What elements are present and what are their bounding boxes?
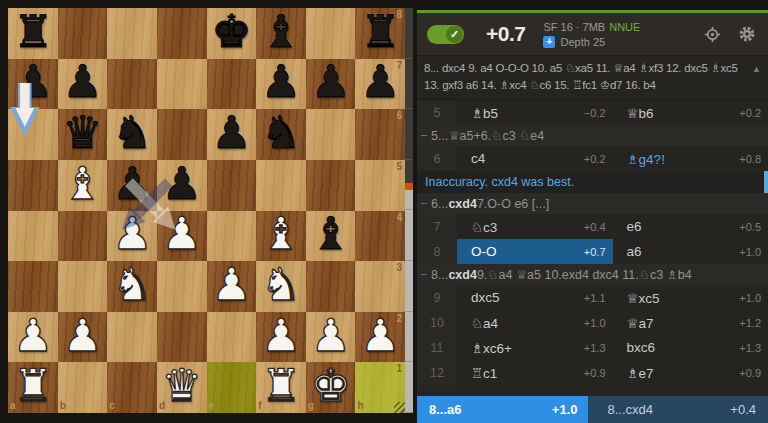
eval-gauge-ticks — [405, 8, 413, 413]
black-san: e6 — [627, 219, 740, 234]
variation-lead: 8... — [431, 268, 448, 282]
rank-label-8: 8 — [396, 10, 402, 20]
black-san: bxc6 — [627, 340, 740, 355]
engine-pv[interactable]: 8... dxc4 9. a4 O-O-O 10. a5 ♘xa5 11. ♕a… — [417, 56, 768, 100]
move-row-8: 8O-O+0.7a6+1.0 — [417, 239, 768, 264]
white-move-10[interactable]: ♘a4+1.0 — [457, 310, 613, 335]
square-d7[interactable] — [157, 59, 207, 110]
continuation-bar: 8...a6 +1.0 8...cxd4 +0.4 — [417, 396, 768, 423]
black-move-11[interactable]: bxc6+1.3 — [613, 335, 768, 360]
white-eval: +0.2 — [584, 153, 606, 165]
continuation-a6-button[interactable]: 8...a6 +1.0 — [417, 396, 588, 423]
white-knight-f3[interactable]: ♞ — [261, 262, 301, 307]
white-san: O-O — [471, 244, 584, 259]
black-san: ♕b6 — [627, 105, 740, 121]
white-queen-d1[interactable]: ♛ — [162, 363, 202, 408]
square-c2[interactable] — [107, 312, 157, 363]
engine-depth: Depth 25 — [560, 35, 605, 49]
variation-first-move: cxd4 — [448, 268, 477, 282]
black-eval: +1.0 — [739, 292, 761, 304]
black-move-6[interactable]: ♗g4?!+0.8 — [613, 146, 768, 171]
square-b4[interactable] — [58, 211, 108, 262]
square-e7[interactable] — [207, 59, 257, 110]
square-a5[interactable] — [8, 160, 58, 211]
square-b6[interactable]: ♛ — [58, 109, 108, 160]
eval-gauge — [405, 8, 413, 413]
lichess-analysis-screen: ♜♚♝♜8♟♟♟♟♟7♛♞♟♞6♝♟♟5♟♟♝♝4♞♟♞3♟♟♟♟♟2♜abc♛… — [0, 0, 768, 423]
rank-label-7: 7 — [396, 61, 402, 71]
square-d5[interactable]: ♟ — [157, 160, 207, 211]
black-pawn-b7[interactable]: ♟ — [62, 59, 102, 104]
square-b5[interactable]: ♝ — [58, 160, 108, 211]
move-row-6: 6c4+0.2♗g4?!+0.8 — [417, 146, 768, 171]
file-label-e: e — [209, 401, 215, 411]
white-san: ♗xc6+ — [471, 340, 584, 356]
black-move-10[interactable]: ♕a7+1.2 — [613, 310, 768, 335]
white-san: ♘c3 — [471, 219, 584, 235]
black-knight-c6[interactable]: ♞ — [112, 110, 152, 155]
square-c7[interactable] — [107, 59, 157, 110]
square-h3[interactable]: 3 — [355, 261, 405, 312]
square-a6[interactable] — [8, 109, 58, 160]
black-pawn-c5[interactable]: ♟ — [112, 161, 152, 206]
black-king-e8[interactable]: ♚ — [211, 9, 251, 54]
variation-lead: 6... — [431, 197, 448, 211]
black-eval: +0.5 — [739, 221, 761, 233]
board-resize-handle[interactable] — [394, 402, 405, 413]
black-knight-f6[interactable]: ♞ — [261, 110, 301, 155]
square-g8[interactable] — [306, 8, 356, 59]
rank-label-5: 5 — [396, 162, 402, 172]
white-san: c4 — [471, 151, 584, 166]
go-deeper-plus-icon[interactable]: + — [543, 36, 555, 48]
black-move-5[interactable]: ♕b6+0.2 — [613, 100, 768, 125]
move-row-11: 11♗xc6++1.3bxc6+1.3 — [417, 335, 768, 360]
white-move-7[interactable]: ♘c3+0.4 — [457, 214, 613, 239]
white-move-9[interactable]: dxc5+1.1 — [457, 285, 613, 310]
square-g2[interactable]: ♟ — [306, 312, 356, 363]
white-move-11[interactable]: ♗xc6++1.3 — [457, 335, 613, 360]
engine-name: SF 16 · 7MB — [543, 21, 605, 33]
square-e8[interactable]: ♚ — [207, 8, 257, 59]
square-c6[interactable]: ♞ — [107, 109, 157, 160]
black-pawn-a7[interactable]: ♟ — [13, 59, 53, 104]
black-pawn-e6[interactable]: ♟ — [211, 110, 251, 155]
square-g5[interactable] — [306, 160, 356, 211]
file-label-a: a — [10, 401, 16, 411]
square-e2[interactable] — [207, 312, 257, 363]
black-rook-a8[interactable]: ♜ — [13, 9, 53, 54]
square-d8[interactable] — [157, 8, 207, 59]
move-number: 12 — [417, 360, 457, 385]
square-a1[interactable]: ♜a — [8, 362, 58, 413]
nnue-badge: NNUE — [609, 21, 640, 33]
square-d6[interactable] — [157, 109, 207, 160]
square-a4[interactable] — [8, 211, 58, 262]
square-f5[interactable] — [256, 160, 306, 211]
white-san: ♗b5 — [471, 105, 584, 121]
square-e5[interactable] — [207, 160, 257, 211]
square-e3[interactable]: ♟ — [207, 261, 257, 312]
white-eval: +1.0 — [584, 317, 606, 329]
rank-label-2: 2 — [396, 314, 402, 324]
move-row-12: 12♖c1+0.9♗e7+0.9 — [417, 360, 768, 385]
square-d1[interactable]: ♛d — [157, 362, 207, 413]
black-eval: +1.2 — [739, 317, 761, 329]
square-b3[interactable] — [58, 261, 108, 312]
white-san: dxc5 — [471, 290, 584, 305]
white-pawn-a2[interactable]: ♟ — [13, 313, 53, 358]
file-label-d: d — [159, 401, 165, 411]
white-eval: +0.7 — [584, 246, 606, 258]
white-rook-a1[interactable]: ♜ — [13, 363, 53, 408]
square-c8[interactable] — [107, 8, 157, 59]
square-d3[interactable] — [157, 261, 207, 312]
square-g7[interactable]: ♟ — [306, 59, 356, 110]
white-move-5[interactable]: ♗b5−0.2 — [457, 100, 613, 125]
variation-first-move: cxd4 — [448, 197, 477, 211]
move-number: 8 — [417, 239, 457, 264]
square-a8[interactable]: ♜ — [8, 8, 58, 59]
file-label-f: f — [258, 401, 261, 411]
file-label-g: g — [308, 401, 314, 411]
variation-rest: 6.♘c3 ♘e4 — [481, 128, 544, 143]
variation-rest: 7.O-O e6 [...] — [477, 197, 549, 211]
black-san: a6 — [627, 244, 740, 259]
move-number: 9 — [417, 285, 457, 310]
black-san: ♗g4?! — [627, 151, 740, 167]
rank-label-4: 4 — [396, 213, 402, 223]
move-number: 10 — [417, 310, 457, 335]
variation-line[interactable]: 5...♕a5+ 6.♘c3 ♘e4 — [417, 125, 768, 146]
continuation-move: 8...cxd4 — [608, 402, 654, 417]
black-queen-b6[interactable]: ♛ — [62, 110, 102, 155]
settings-gear-icon[interactable] — [738, 25, 756, 43]
white-bishop-f4[interactable]: ♝ — [261, 211, 301, 256]
pv-collapse-icon[interactable]: ▲ — [752, 61, 761, 78]
move-number: 11 — [417, 335, 457, 360]
move-number: 6 — [417, 146, 457, 171]
engine-info: SF 16 · 7MBNNUE + Depth 25 — [543, 20, 640, 49]
white-knight-c3[interactable]: ♞ — [112, 262, 152, 307]
square-h6[interactable]: 6 — [355, 109, 405, 160]
square-h7[interactable]: ♟7 — [355, 59, 405, 110]
black-san: ♕a7 — [627, 315, 740, 331]
black-pawn-g7[interactable]: ♟ — [310, 59, 350, 104]
white-bishop-b5[interactable]: ♝ — [62, 161, 102, 206]
white-san: ♖c1 — [471, 365, 584, 381]
square-c5[interactable]: ♟ — [107, 160, 157, 211]
white-move-12[interactable]: ♖c1+0.9 — [457, 360, 613, 385]
white-move-6[interactable]: c4+0.2 — [457, 146, 613, 171]
square-f6[interactable]: ♞ — [256, 109, 306, 160]
variation-first-move: ♕a5+ — [448, 128, 480, 143]
white-pawn-f2[interactable]: ♟ — [261, 313, 301, 358]
analysis-panel: ✓ +0.7 SF 16 · 7MBNNUE + Depth 25 — [417, 0, 768, 423]
square-f1[interactable]: ♜f — [256, 362, 306, 413]
black-bishop-f8[interactable]: ♝ — [261, 9, 301, 54]
white-eval: −0.2 — [584, 107, 606, 119]
square-e6[interactable]: ♟ — [207, 109, 257, 160]
square-h8[interactable]: ♜8 — [355, 8, 405, 59]
move-row-9: 9dxc5+1.1♕xc5+1.0 — [417, 285, 768, 310]
black-pawn-f7[interactable]: ♟ — [261, 59, 301, 104]
white-pawn-e3[interactable]: ♟ — [211, 262, 251, 307]
square-d4[interactable]: ♟ — [157, 211, 207, 262]
square-e1[interactable]: e — [207, 362, 257, 413]
variation-lead: 5... — [431, 129, 448, 143]
black-eval: +0.2 — [739, 107, 761, 119]
square-f8[interactable]: ♝ — [256, 8, 306, 59]
continuation-eval: +0.4 — [730, 402, 756, 417]
black-pawn-h7[interactable]: ♟ — [360, 59, 400, 104]
square-g4[interactable]: ♝ — [306, 211, 356, 262]
black-bishop-g4[interactable]: ♝ — [310, 211, 350, 256]
panel-top-gap — [417, 0, 768, 10]
continuation-eval: +1.0 — [552, 402, 578, 417]
black-move-8[interactable]: a6+1.0 — [613, 239, 768, 264]
square-e4[interactable] — [207, 211, 257, 262]
black-eval: +0.9 — [739, 367, 761, 379]
move-row-5: 5♗b5−0.2♕b6+0.2 — [417, 100, 768, 125]
practice-target-icon[interactable] — [704, 26, 721, 43]
square-a2[interactable]: ♟ — [8, 312, 58, 363]
rank-label-6: 6 — [396, 111, 402, 121]
white-pawn-d4[interactable]: ♟ — [162, 211, 202, 256]
square-f4[interactable]: ♝ — [256, 211, 306, 262]
black-move-12[interactable]: ♗e7+0.9 — [613, 360, 768, 385]
white-pawn-g2[interactable]: ♟ — [310, 313, 350, 358]
black-pawn-d5[interactable]: ♟ — [162, 161, 202, 206]
engine-header: ✓ +0.7 SF 16 · 7MBNNUE + Depth 25 — [417, 13, 768, 56]
square-a3[interactable] — [8, 261, 58, 312]
white-pawn-h2[interactable]: ♟ — [360, 313, 400, 358]
inaccuracy-comment[interactable]: Inaccuracy. cxd4 was best. — [417, 171, 768, 193]
square-h5[interactable]: 5 — [355, 160, 405, 211]
move-number: 5 — [417, 100, 457, 125]
file-label-c: c — [109, 401, 115, 411]
white-king-g1[interactable]: ♚ — [310, 363, 350, 408]
square-a7[interactable]: ♟ — [8, 59, 58, 110]
square-b8[interactable] — [58, 8, 108, 59]
black-rook-h8[interactable]: ♜ — [360, 9, 400, 54]
square-b2[interactable]: ♟ — [58, 312, 108, 363]
white-pawn-b2[interactable]: ♟ — [62, 313, 102, 358]
black-san: ♗e7 — [627, 365, 740, 381]
white-eval: +0.9 — [584, 367, 606, 379]
square-g6[interactable] — [306, 109, 356, 160]
move-number: 7 — [417, 214, 457, 239]
chess-board[interactable]: ♜♚♝♜8♟♟♟♟♟7♛♞♟♞6♝♟♟5♟♟♝♝4♞♟♞3♟♟♟♟♟2♜abc♛… — [8, 8, 405, 413]
engine-toggle-check-icon: ✓ — [446, 26, 463, 43]
black-move-9[interactable]: ♕xc5+1.0 — [613, 285, 768, 310]
variation-line[interactable]: 8...cxd4 9.♘a4 ♕a5 10.exd4 dxc4 11.♘c3 ♗… — [417, 264, 768, 285]
black-eval: +1.0 — [739, 246, 761, 258]
square-h2[interactable]: ♟2 — [355, 312, 405, 363]
square-f2[interactable]: ♟ — [256, 312, 306, 363]
white-eval: +1.1 — [584, 292, 606, 304]
white-pawn-c4[interactable]: ♟ — [112, 211, 152, 256]
move-row-7: 7♘c3+0.4e6+0.5 — [417, 214, 768, 239]
square-d2[interactable] — [157, 312, 207, 363]
square-h4[interactable]: 4 — [355, 211, 405, 262]
square-g3[interactable] — [306, 261, 356, 312]
file-label-h: h — [357, 401, 363, 411]
move-row-10: 10♘a4+1.0♕a7+1.2 — [417, 310, 768, 335]
black-move-7[interactable]: e6+0.5 — [613, 214, 768, 239]
continuation-cxd4-button[interactable]: 8...cxd4 +0.4 — [588, 396, 768, 423]
square-c3[interactable]: ♞ — [107, 261, 157, 312]
file-label-b: b — [60, 401, 66, 411]
rank-label-3: 3 — [396, 263, 402, 273]
square-f3[interactable]: ♞ — [256, 261, 306, 312]
square-c1[interactable]: c — [107, 362, 157, 413]
pv-line-2: 13. gxf3 a6 14. ♗xc4 ♘c6 15. ♖fc1 ♔d7 16… — [424, 77, 746, 94]
continuation-move: 8...a6 — [429, 402, 462, 417]
black-eval: +1.3 — [739, 342, 761, 354]
pv-line-1: 8... dxc4 9. a4 O-O-O 10. a5 ♘xa5 11. ♕a… — [424, 60, 746, 77]
white-rook-f1[interactable]: ♜ — [261, 363, 301, 408]
white-eval: +0.4 — [584, 221, 606, 233]
engine-toggle[interactable]: ✓ — [427, 25, 464, 44]
move-list: 5♗b5−0.2♕b6+0.25...♕a5+ 6.♘c3 ♘e46c4+0.2… — [417, 100, 768, 396]
square-b1[interactable]: b — [58, 362, 108, 413]
rank-label-1: 1 — [396, 364, 402, 374]
square-b7[interactable]: ♟ — [58, 59, 108, 110]
white-eval: +1.3 — [584, 342, 606, 354]
black-eval: +0.8 — [739, 153, 761, 165]
variation-line[interactable]: 6...cxd4 7.O-O e6 [...] — [417, 193, 768, 214]
square-g1[interactable]: ♚g — [306, 362, 356, 413]
white-san: ♘a4 — [471, 315, 584, 331]
square-c4[interactable]: ♟ — [107, 211, 157, 262]
white-move-8[interactable]: O-O+0.7 — [457, 239, 613, 264]
square-f7[interactable]: ♟ — [256, 59, 306, 110]
black-san: ♕xc5 — [627, 290, 740, 306]
variation-rest: 9.♘a4 ♕a5 10.exd4 dxc4 11.♘c3 ♗b4 — [477, 267, 692, 282]
engine-eval: +0.7 — [486, 22, 525, 46]
